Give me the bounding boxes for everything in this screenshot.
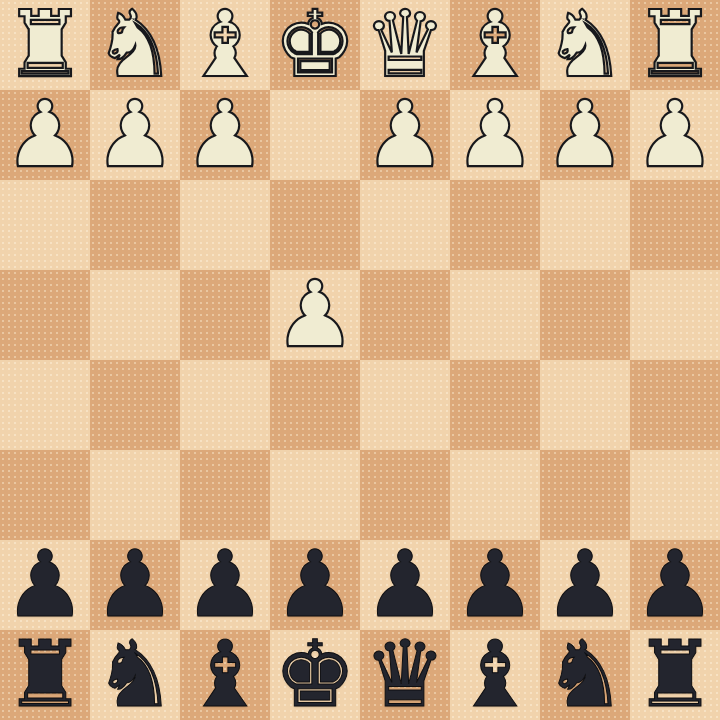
square-f6[interactable] <box>180 450 270 540</box>
square-e4[interactable]: ♟ <box>270 270 360 360</box>
white-pawn[interactable]: ♟ <box>184 90 266 180</box>
chess-board: ♜♞♝♚♛♝♞♜♟♟♟♟♟♟♟♟♟♟♟♟♟♟♟♟♜♞♝♚♛♝♞♜ <box>0 0 720 720</box>
square-h2[interactable]: ♟ <box>0 90 90 180</box>
square-d6[interactable] <box>360 450 450 540</box>
white-pawn[interactable]: ♟ <box>454 90 536 180</box>
square-d7[interactable]: ♟ <box>360 540 450 630</box>
square-g7[interactable]: ♟ <box>90 540 180 630</box>
square-e3[interactable] <box>270 180 360 270</box>
square-e2[interactable] <box>270 90 360 180</box>
white-king[interactable]: ♚ <box>274 0 356 90</box>
square-b4[interactable] <box>540 270 630 360</box>
black-queen[interactable]: ♛ <box>364 630 446 720</box>
square-a1[interactable]: ♜ <box>630 0 720 90</box>
white-bishop[interactable]: ♝ <box>184 0 266 90</box>
square-g2[interactable]: ♟ <box>90 90 180 180</box>
white-pawn[interactable]: ♟ <box>364 90 446 180</box>
white-bishop[interactable]: ♝ <box>454 0 536 90</box>
square-g3[interactable] <box>90 180 180 270</box>
square-c5[interactable] <box>450 360 540 450</box>
white-pawn[interactable]: ♟ <box>634 90 716 180</box>
white-rook[interactable]: ♜ <box>4 0 86 90</box>
square-b7[interactable]: ♟ <box>540 540 630 630</box>
white-pawn[interactable]: ♟ <box>94 90 176 180</box>
white-queen[interactable]: ♛ <box>364 0 446 90</box>
square-f4[interactable] <box>180 270 270 360</box>
square-f2[interactable]: ♟ <box>180 90 270 180</box>
square-b6[interactable] <box>540 450 630 540</box>
square-f7[interactable]: ♟ <box>180 540 270 630</box>
black-pawn[interactable]: ♟ <box>4 540 86 630</box>
square-d5[interactable] <box>360 360 450 450</box>
square-c1[interactable]: ♝ <box>450 0 540 90</box>
black-knight[interactable]: ♞ <box>544 630 626 720</box>
black-pawn[interactable]: ♟ <box>544 540 626 630</box>
square-h3[interactable] <box>0 180 90 270</box>
square-a4[interactable] <box>630 270 720 360</box>
square-a3[interactable] <box>630 180 720 270</box>
square-a6[interactable] <box>630 450 720 540</box>
square-e5[interactable] <box>270 360 360 450</box>
square-e1[interactable]: ♚ <box>270 0 360 90</box>
black-rook[interactable]: ♜ <box>634 630 716 720</box>
square-g5[interactable] <box>90 360 180 450</box>
square-f5[interactable] <box>180 360 270 450</box>
square-b8[interactable]: ♞ <box>540 630 630 720</box>
square-h5[interactable] <box>0 360 90 450</box>
square-e6[interactable] <box>270 450 360 540</box>
black-pawn[interactable]: ♟ <box>454 540 536 630</box>
square-a5[interactable] <box>630 360 720 450</box>
square-h8[interactable]: ♜ <box>0 630 90 720</box>
square-b1[interactable]: ♞ <box>540 0 630 90</box>
square-g8[interactable]: ♞ <box>90 630 180 720</box>
square-f8[interactable]: ♝ <box>180 630 270 720</box>
square-g6[interactable] <box>90 450 180 540</box>
square-g4[interactable] <box>90 270 180 360</box>
black-pawn[interactable]: ♟ <box>94 540 176 630</box>
square-b5[interactable] <box>540 360 630 450</box>
white-knight[interactable]: ♞ <box>94 0 176 90</box>
square-c3[interactable] <box>450 180 540 270</box>
square-h7[interactable]: ♟ <box>0 540 90 630</box>
white-knight[interactable]: ♞ <box>544 0 626 90</box>
square-h1[interactable]: ♜ <box>0 0 90 90</box>
black-pawn[interactable]: ♟ <box>364 540 446 630</box>
square-e8[interactable]: ♚ <box>270 630 360 720</box>
square-c6[interactable] <box>450 450 540 540</box>
square-f1[interactable]: ♝ <box>180 0 270 90</box>
square-a8[interactable]: ♜ <box>630 630 720 720</box>
square-b2[interactable]: ♟ <box>540 90 630 180</box>
black-bishop[interactable]: ♝ <box>184 630 266 720</box>
black-king[interactable]: ♚ <box>274 630 356 720</box>
square-c8[interactable]: ♝ <box>450 630 540 720</box>
black-knight[interactable]: ♞ <box>94 630 176 720</box>
square-e7[interactable]: ♟ <box>270 540 360 630</box>
square-g1[interactable]: ♞ <box>90 0 180 90</box>
square-c2[interactable]: ♟ <box>450 90 540 180</box>
square-c7[interactable]: ♟ <box>450 540 540 630</box>
white-pawn[interactable]: ♟ <box>4 90 86 180</box>
square-d4[interactable] <box>360 270 450 360</box>
black-pawn[interactable]: ♟ <box>184 540 266 630</box>
square-a2[interactable]: ♟ <box>630 90 720 180</box>
white-rook[interactable]: ♜ <box>634 0 716 90</box>
black-bishop[interactable]: ♝ <box>454 630 536 720</box>
square-h4[interactable] <box>0 270 90 360</box>
square-f3[interactable] <box>180 180 270 270</box>
black-pawn[interactable]: ♟ <box>274 540 356 630</box>
square-c4[interactable] <box>450 270 540 360</box>
square-h6[interactable] <box>0 450 90 540</box>
black-rook[interactable]: ♜ <box>4 630 86 720</box>
white-pawn[interactable]: ♟ <box>544 90 626 180</box>
black-pawn[interactable]: ♟ <box>634 540 716 630</box>
square-d2[interactable]: ♟ <box>360 90 450 180</box>
square-a7[interactable]: ♟ <box>630 540 720 630</box>
square-d3[interactable] <box>360 180 450 270</box>
square-b3[interactable] <box>540 180 630 270</box>
square-d8[interactable]: ♛ <box>360 630 450 720</box>
square-d1[interactable]: ♛ <box>360 0 450 90</box>
white-pawn[interactable]: ♟ <box>274 270 356 360</box>
